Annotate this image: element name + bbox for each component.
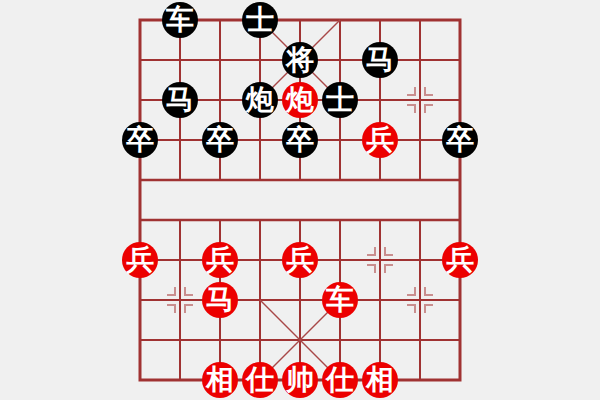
piece-black-soldier-c3[interactable]: 卒	[202, 122, 238, 158]
piece-black-soldier-i3[interactable]: 卒	[442, 122, 478, 158]
piece-red-soldier-i6[interactable]: 兵	[442, 242, 478, 278]
piece-black-chariot-b0[interactable]: 车	[162, 2, 198, 38]
piece-black-cannon-d2[interactable]: 炮	[242, 82, 278, 118]
piece-red-cannon-e2[interactable]: 炮	[282, 82, 318, 118]
piece-black-soldier-e3[interactable]: 卒	[282, 122, 318, 158]
piece-black-horse-g1[interactable]: 马	[362, 42, 398, 78]
piece-black-soldier-a3[interactable]: 卒	[122, 122, 158, 158]
piece-red-elephant-g9[interactable]: 相	[362, 362, 398, 398]
piece-red-elephant-c9[interactable]: 相	[202, 362, 238, 398]
piece-black-advisor-d0[interactable]: 士	[242, 2, 278, 38]
piece-red-general-e9[interactable]: 帅	[282, 362, 318, 398]
piece-red-soldier-c6[interactable]: 兵	[202, 242, 238, 278]
xiangqi-board[interactable]: 车士将马马炮炮士卒卒卒兵卒兵兵兵兵马车相仕帅仕相	[120, 0, 480, 400]
xiangqi-screen: 车士将马马炮炮士卒卒卒兵卒兵兵兵兵马车相仕帅仕相	[0, 0, 600, 400]
piece-red-soldier-e6[interactable]: 兵	[282, 242, 318, 278]
piece-red-soldier-a6[interactable]: 兵	[122, 242, 158, 278]
piece-red-advisor-f9[interactable]: 仕	[322, 362, 358, 398]
piece-red-horse-c7[interactable]: 马	[202, 282, 238, 318]
piece-red-advisor-d9[interactable]: 仕	[242, 362, 278, 398]
piece-red-soldier-g3[interactable]: 兵	[362, 122, 398, 158]
piece-black-advisor-f2[interactable]: 士	[322, 82, 358, 118]
piece-black-general-e1[interactable]: 将	[282, 42, 318, 78]
piece-red-chariot-f7[interactable]: 车	[322, 282, 358, 318]
piece-black-horse-b2[interactable]: 马	[162, 82, 198, 118]
